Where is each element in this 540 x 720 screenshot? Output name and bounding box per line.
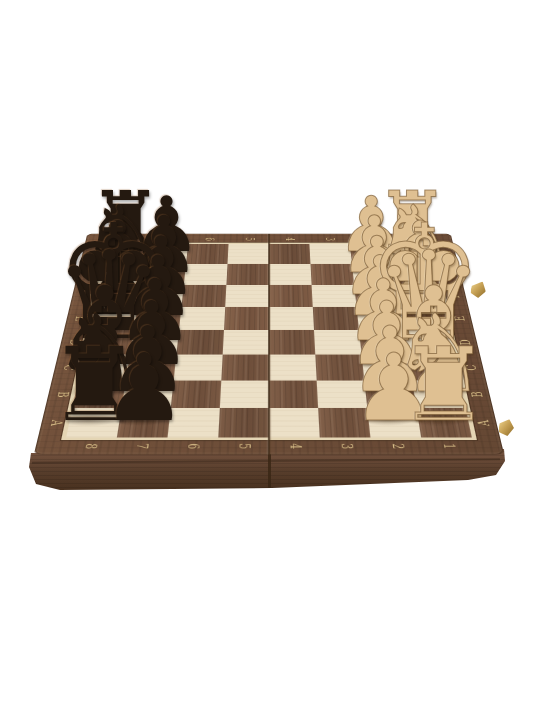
pieces-layer: ♜♞♝♛♚♝♞♜♟♟♟♟♟♟♟♟♟♟♟♟♟♟♟♟♜♞♝♛♚♝♞♜ (0, 0, 540, 720)
piece-black-pawn-a7[interactable]: ♟ (102, 342, 186, 435)
product-photo-stage: 88HH77GG66FF55EE44DD33CC22BB11AA ♜♞♝♛♚♝♞… (0, 0, 540, 720)
piece-white-rook-a1[interactable]: ♜ (398, 334, 489, 436)
